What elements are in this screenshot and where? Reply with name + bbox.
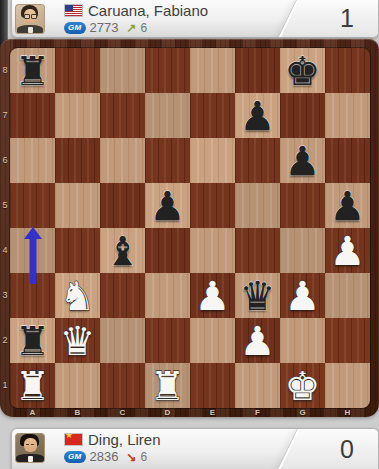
square-f5[interactable] [235,183,280,228]
square-e1[interactable] [190,363,235,408]
piece-bP-d5[interactable]: ♟ [145,183,190,228]
chess-board: ♜♚♟♟♟♟♝♟♞♟♛♟♜♛♟♜♜♚ 87654321ABCDEFGH [0,39,379,417]
bottom-player-bar[interactable]: ★ Ding, Liren GM 2836 ↘ 6 0 [11,428,379,469]
square-a5[interactable] [10,183,55,228]
square-c3[interactable] [100,273,145,318]
square-c7[interactable] [100,93,145,138]
piece-wR-a1[interactable]: ♜ [10,363,55,408]
score-divider [278,0,379,38]
rank-label-6: 6 [0,138,10,183]
bottom-rating-change: 6 [140,450,147,464]
top-player-info: Caruana, Fabiano GM 2773 ↗ 6 [64,2,283,34]
cn-flag-icon: ★ [64,433,83,446]
rank-label-5: 5 [0,183,10,228]
square-h8[interactable] [325,48,370,93]
square-h1[interactable] [325,363,370,408]
square-a6[interactable] [10,138,55,183]
us-flag-icon [64,4,83,17]
file-label-A: A [10,408,55,417]
square-c6[interactable] [100,138,145,183]
square-d6[interactable] [145,138,190,183]
square-h2[interactable] [325,318,370,363]
square-e4[interactable] [190,228,235,273]
bottom-player-info: ★ Ding, Liren GM 2836 ↘ 6 [64,431,283,463]
bottom-player-score: 0 [340,434,354,463]
square-b1[interactable] [55,363,100,408]
avatar-shirt [28,27,33,33]
rating-up-arrow-icon: ↗ [126,21,136,35]
piece-bP-h5[interactable]: ♟ [325,183,370,228]
square-e8[interactable] [190,48,235,93]
piece-wP-e3[interactable]: ♟ [190,273,235,318]
square-d7[interactable] [145,93,190,138]
square-h3[interactable] [325,273,370,318]
bottom-player-rating: 2836 [90,449,119,464]
gm-title-badge: GM [64,451,86,463]
game-view: Caruana, Fabiano GM 2773 ↗ 6 1 ♜♚♟♟♟♟♝♟♞… [0,0,379,469]
square-b8[interactable] [55,48,100,93]
square-e5[interactable] [190,183,235,228]
square-b7[interactable] [55,93,100,138]
score-divider [277,428,379,469]
top-player-score: 1 [340,3,354,32]
piece-wQ-b2[interactable]: ♛ [55,318,100,363]
bottom-player-name: Ding, Liren [88,431,161,448]
top-rating-change: 6 [140,21,147,35]
file-label-C: C [100,408,145,417]
rating-down-arrow-icon: ↘ [126,450,136,464]
square-c8[interactable] [100,48,145,93]
square-b4[interactable] [55,228,100,273]
avatar-ding[interactable] [15,433,45,463]
square-g5[interactable] [280,183,325,228]
square-e7[interactable] [190,93,235,138]
file-label-G: G [280,408,325,417]
square-f1[interactable] [235,363,280,408]
rank-label-2: 2 [0,318,10,363]
square-d2[interactable] [145,318,190,363]
file-label-H: H [325,408,370,417]
file-label-F: F [235,408,280,417]
square-h6[interactable] [325,138,370,183]
square-g4[interactable] [280,228,325,273]
piece-bB-c4[interactable]: ♝ [100,228,145,273]
square-d3[interactable] [145,273,190,318]
file-label-E: E [190,408,235,417]
top-player-name: Caruana, Fabiano [88,2,208,19]
piece-bP-f7[interactable]: ♟ [235,93,280,138]
avatar-face [24,438,37,452]
square-c2[interactable] [100,318,145,363]
board-squares: ♜♚♟♟♟♟♝♟♞♟♛♟♜♛♟♜♜♚ [10,48,370,408]
rank-label-3: 3 [0,273,10,318]
piece-bR-a2[interactable]: ♜ [10,318,55,363]
square-f6[interactable] [235,138,280,183]
avatar-eye [26,444,29,445]
piece-wR-d1[interactable]: ♜ [145,363,190,408]
square-h7[interactable] [325,93,370,138]
piece-wP-g3[interactable]: ♟ [280,273,325,318]
glasses-icon [31,14,37,19]
square-e2[interactable] [190,318,235,363]
piece-wP-f2[interactable]: ♟ [235,318,280,363]
square-a7[interactable] [10,93,55,138]
square-b5[interactable] [55,183,100,228]
square-c1[interactable] [100,363,145,408]
cn-flag-star-icon: ★ [65,433,73,440]
gm-title-badge: GM [64,22,86,34]
rank-label-4: 4 [0,228,10,273]
avatar-caruana[interactable] [15,4,45,34]
piece-wK-g1[interactable]: ♚ [280,363,325,408]
square-e6[interactable] [190,138,235,183]
glasses-icon [24,14,30,19]
square-g7[interactable] [280,93,325,138]
square-g2[interactable] [280,318,325,363]
piece-bR-a8[interactable]: ♜ [10,48,55,93]
square-c5[interactable] [100,183,145,228]
avatar-eye [31,444,34,445]
rank-label-7: 7 [0,93,10,138]
top-player-rating: 2773 [90,20,119,35]
piece-wP-h4[interactable]: ♟ [325,228,370,273]
rank-label-8: 8 [0,48,10,93]
square-d8[interactable] [145,48,190,93]
square-b6[interactable] [55,138,100,183]
avatar-shirt [28,456,33,462]
piece-bP-g6[interactable]: ♟ [280,138,325,183]
piece-bK-g8[interactable]: ♚ [280,48,325,93]
square-f4[interactable] [235,228,280,273]
piece-wN-b3[interactable]: ♞ [55,273,100,318]
top-player-bar[interactable]: Caruana, Fabiano GM 2773 ↗ 6 1 [11,0,379,38]
piece-bQ-f3[interactable]: ♛ [235,273,280,318]
square-d4[interactable] [145,228,190,273]
rank-label-1: 1 [0,363,10,408]
file-label-B: B [55,408,100,417]
file-label-D: D [145,408,190,417]
last-move-arrow [24,227,42,284]
square-f8[interactable] [235,48,280,93]
